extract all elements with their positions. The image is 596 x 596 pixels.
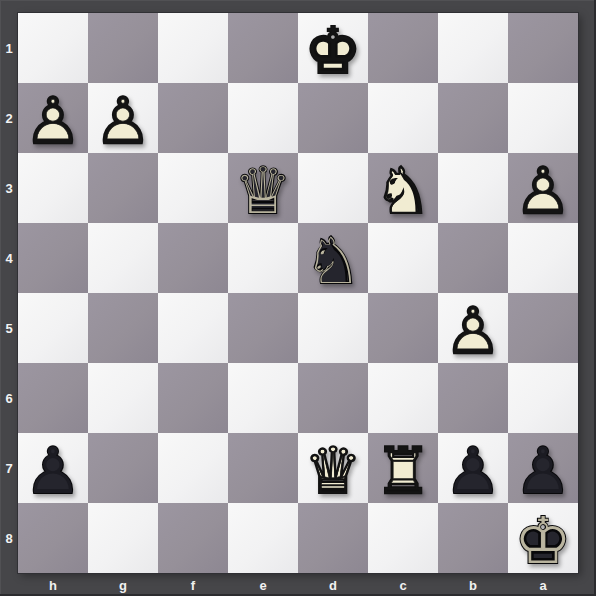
square-h6[interactable] (18, 363, 88, 433)
square-c6[interactable] (368, 363, 438, 433)
piece-glyph-outline: ♘ (298, 226, 368, 296)
piece-glyph-outline: ♔ (298, 16, 368, 86)
white-queen-d7[interactable]: ♛♕ (298, 433, 368, 503)
white-rook-c7[interactable]: ♜♖ (368, 433, 438, 503)
square-b3[interactable] (438, 153, 508, 223)
rank-label-5: 5 (0, 293, 18, 363)
black-knight-d4[interactable]: ♞♘ (298, 223, 368, 293)
square-e3[interactable]: ♛♕ (228, 153, 298, 223)
square-e4[interactable] (228, 223, 298, 293)
square-b2[interactable] (438, 83, 508, 153)
file-label-h: h (18, 574, 88, 596)
square-g4[interactable] (88, 223, 158, 293)
file-label-g: g (88, 574, 158, 596)
square-e5[interactable] (228, 293, 298, 363)
square-c3[interactable]: ♞♘ (368, 153, 438, 223)
file-label-f: f (158, 574, 228, 596)
black-king-a8[interactable]: ♚♔ (508, 503, 578, 573)
square-f6[interactable] (158, 363, 228, 433)
square-b4[interactable] (438, 223, 508, 293)
square-g1[interactable] (88, 13, 158, 83)
square-f2[interactable] (158, 83, 228, 153)
board-frame: 12345678 hgfedcba ♚♔♟♙♟♙♛♕♞♘♟♙♞♘♟♙♟♙♛♕♜♖… (0, 0, 596, 596)
file-label-c: c (368, 574, 438, 596)
rank-label-7: 7 (0, 433, 18, 503)
square-f7[interactable] (158, 433, 228, 503)
piece-glyph-outline: ♖ (368, 436, 438, 506)
piece-glyph-outline: ♙ (88, 86, 158, 156)
file-label-e: e (228, 574, 298, 596)
square-g5[interactable] (88, 293, 158, 363)
piece-glyph-outline: ♙ (508, 156, 578, 226)
black-pawn-h7[interactable]: ♟♙ (18, 433, 88, 503)
black-queen-e3[interactable]: ♛♕ (228, 153, 298, 223)
square-h4[interactable] (18, 223, 88, 293)
square-h5[interactable] (18, 293, 88, 363)
square-d7[interactable]: ♛♕ (298, 433, 368, 503)
piece-glyph-outline: ♔ (508, 506, 578, 576)
square-a3[interactable]: ♟♙ (508, 153, 578, 223)
square-c8[interactable] (368, 503, 438, 573)
white-pawn-a3[interactable]: ♟♙ (508, 153, 578, 223)
white-pawn-h2[interactable]: ♟♙ (18, 83, 88, 153)
white-pawn-g2[interactable]: ♟♙ (88, 83, 158, 153)
piece-glyph-outline: ♙ (18, 436, 88, 506)
square-h2[interactable]: ♟♙ (18, 83, 88, 153)
square-e1[interactable] (228, 13, 298, 83)
square-c2[interactable] (368, 83, 438, 153)
piece-glyph-outline: ♙ (508, 436, 578, 506)
square-g2[interactable]: ♟♙ (88, 83, 158, 153)
square-d2[interactable] (298, 83, 368, 153)
square-a1[interactable] (508, 13, 578, 83)
piece-glyph-outline: ♕ (228, 156, 298, 226)
square-b5[interactable]: ♟♙ (438, 293, 508, 363)
square-d3[interactable] (298, 153, 368, 223)
rank-label-8: 8 (0, 503, 18, 573)
square-g6[interactable] (88, 363, 158, 433)
piece-glyph-outline: ♕ (298, 436, 368, 506)
square-e7[interactable] (228, 433, 298, 503)
square-a4[interactable] (508, 223, 578, 293)
rank-label-1: 1 (0, 13, 18, 83)
rank-label-2: 2 (0, 83, 18, 153)
white-knight-c3[interactable]: ♞♘ (368, 153, 438, 223)
square-d1[interactable]: ♚♔ (298, 13, 368, 83)
square-e6[interactable] (228, 363, 298, 433)
square-h1[interactable] (18, 13, 88, 83)
square-f5[interactable] (158, 293, 228, 363)
piece-glyph-outline: ♙ (18, 86, 88, 156)
square-d6[interactable] (298, 363, 368, 433)
square-d5[interactable] (298, 293, 368, 363)
rank-labels: 12345678 (0, 13, 18, 573)
square-e2[interactable] (228, 83, 298, 153)
square-a8[interactable]: ♚♔ (508, 503, 578, 573)
square-g8[interactable] (88, 503, 158, 573)
piece-glyph-outline: ♙ (438, 296, 508, 366)
square-d4[interactable]: ♞♘ (298, 223, 368, 293)
square-f8[interactable] (158, 503, 228, 573)
square-h3[interactable] (18, 153, 88, 223)
square-f3[interactable] (158, 153, 228, 223)
square-b6[interactable] (438, 363, 508, 433)
square-c5[interactable] (368, 293, 438, 363)
square-c7[interactable]: ♜♖ (368, 433, 438, 503)
white-king-d1[interactable]: ♚♔ (298, 13, 368, 83)
square-e8[interactable] (228, 503, 298, 573)
white-pawn-b5[interactable]: ♟♙ (438, 293, 508, 363)
square-b1[interactable] (438, 13, 508, 83)
chess-board: ♚♔♟♙♟♙♛♕♞♘♟♙♞♘♟♙♟♙♛♕♜♖♟♙♟♙♚♔ (18, 13, 578, 573)
square-g7[interactable] (88, 433, 158, 503)
square-f1[interactable] (158, 13, 228, 83)
square-a2[interactable] (508, 83, 578, 153)
square-f4[interactable] (158, 223, 228, 293)
file-label-d: d (298, 574, 368, 596)
square-g3[interactable] (88, 153, 158, 223)
piece-glyph-outline: ♙ (438, 436, 508, 506)
rank-label-4: 4 (0, 223, 18, 293)
black-pawn-a7[interactable]: ♟♙ (508, 433, 578, 503)
rank-label-6: 6 (0, 363, 18, 433)
file-labels: hgfedcba (18, 574, 578, 596)
square-h7[interactable]: ♟♙ (18, 433, 88, 503)
piece-glyph-outline: ♘ (368, 156, 438, 226)
square-a5[interactable] (508, 293, 578, 363)
square-c4[interactable] (368, 223, 438, 293)
rank-label-3: 3 (0, 153, 18, 223)
square-d8[interactable] (298, 503, 368, 573)
black-pawn-b7[interactable]: ♟♙ (438, 433, 508, 503)
square-a6[interactable] (508, 363, 578, 433)
square-b7[interactable]: ♟♙ (438, 433, 508, 503)
square-c1[interactable] (368, 13, 438, 83)
square-b8[interactable] (438, 503, 508, 573)
square-a7[interactable]: ♟♙ (508, 433, 578, 503)
square-h8[interactable] (18, 503, 88, 573)
file-label-b: b (438, 574, 508, 596)
